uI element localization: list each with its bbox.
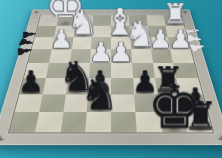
white-pawn-a3[interactable]: ♟ <box>169 29 192 49</box>
square-h4[interactable] <box>28 49 51 63</box>
black-pawn-h6[interactable]: ♟ <box>18 70 45 93</box>
black-king-b8[interactable]: ♚ <box>147 84 202 132</box>
frame-arrow-icon: ➤ <box>215 133 222 145</box>
chess-board-frame: ➤ ➤ ➤ ➤ ♜♚♝♞♟♟♞♟♟♟♜♟♟♞♟♟♞♜♚ ♟♟♟ ♝♟♟ <box>0 9 222 145</box>
square-e8[interactable] <box>86 112 111 132</box>
square-b8[interactable]: ♚ <box>159 112 187 132</box>
frame-arrow-icon: ➤ <box>0 133 7 145</box>
square-d8[interactable] <box>111 112 136 132</box>
square-f8[interactable] <box>60 112 87 132</box>
captured-black-pawn: ♟ <box>18 45 33 56</box>
white-pawn-g3[interactable]: ♟ <box>50 29 73 49</box>
square-h7[interactable] <box>15 94 43 112</box>
square-c4[interactable] <box>131 49 153 63</box>
square-g7[interactable] <box>39 94 66 112</box>
square-g3[interactable]: ♟ <box>51 37 73 49</box>
square-d4[interactable]: ♟ <box>111 49 132 63</box>
square-h8[interactable] <box>9 112 38 132</box>
desktop-background: ➤ ➤ ➤ ➤ ♜♚♝♞♟♟♞♟♟♟♜♟♟♞♟♟♞♜♚ ♟♟♟ ♝♟♟ <box>0 0 222 158</box>
square-c3[interactable]: ♞ <box>130 37 151 49</box>
square-g8[interactable] <box>35 112 63 132</box>
square-e7[interactable]: ♞ <box>87 94 111 112</box>
square-h6[interactable]: ♟ <box>20 78 46 94</box>
black-knight-e7[interactable]: ♞ <box>79 77 118 111</box>
chess-scene: ➤ ➤ ➤ ➤ ♜♚♝♞♟♟♞♟♟♟♜♟♟♞♟♟♞♜♚ ♟♟♟ ♝♟♟ <box>4 0 218 148</box>
white-rook-a1[interactable]: ♜ <box>162 3 187 25</box>
